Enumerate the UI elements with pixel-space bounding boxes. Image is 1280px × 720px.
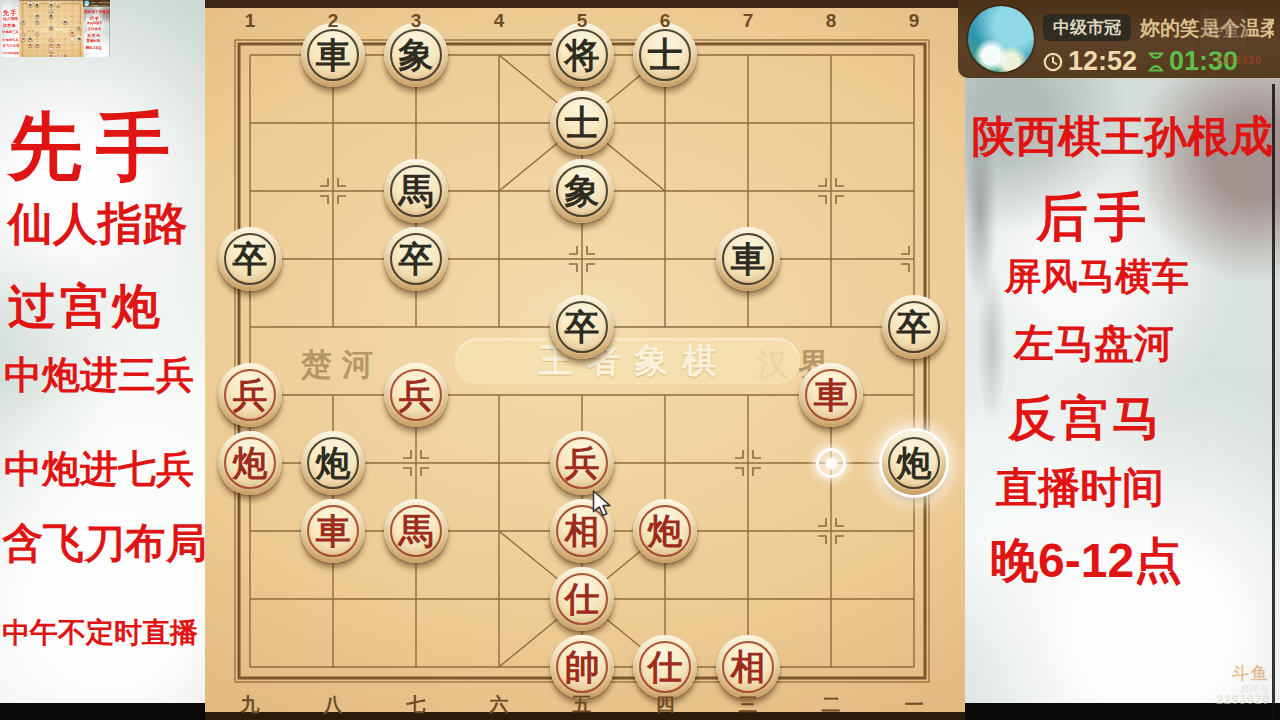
piece-glyph: 車 (722, 233, 774, 285)
opponent-info-bar: 中级市冠 妳的笑是个温柔 12:52 01:30 (958, 0, 1280, 78)
total-time: 12:52 (1042, 46, 1137, 77)
piece-glyph: 炮 (307, 437, 359, 489)
file-label-top: 4 (494, 10, 505, 32)
file-label-bottom: 三 (739, 692, 758, 718)
river-label-left: 楚河 (301, 344, 383, 386)
piece-glyph: 士 (639, 29, 691, 81)
piece-glyph: 象 (390, 29, 442, 81)
right-panel-line-second-move: 后手 (1036, 190, 1152, 245)
piece-black-馬[interactable]: 馬 (384, 159, 448, 223)
file-label-top: 7 (743, 10, 754, 32)
file-label-bottom: 二 (822, 692, 841, 718)
piece-red-兵[interactable]: 兵 (218, 363, 282, 427)
board-top-strip (205, 0, 965, 8)
piece-red-兵[interactable]: 兵 (384, 363, 448, 427)
piece-glyph: 卒 (556, 301, 608, 353)
piece-glyph: 士 (556, 97, 608, 149)
file-label-bottom: 八 (324, 692, 343, 718)
piece-black-象[interactable]: 象 (384, 23, 448, 87)
piece-glyph: 兵 (390, 369, 442, 421)
piece-black-将[interactable]: 将 (550, 23, 614, 87)
left-panel-line-opening-4: 中炮进七兵 (4, 450, 194, 490)
piece-glyph: 車 (805, 369, 857, 421)
piece-glyph: 車 (307, 29, 359, 81)
piece-black-士[interactable]: 士 (633, 23, 697, 87)
right-panel-line-opening-3: 反宫马 (1008, 394, 1164, 444)
douyu-logo-text: 斗鱼 (1232, 664, 1270, 684)
piece-glyph: 相 (722, 641, 774, 693)
piece-glyph: 馬 (390, 165, 442, 217)
left-panel-line-opening-1: 仙人指路 (8, 200, 188, 247)
piece-glyph: 兵 (224, 369, 276, 421)
piece-glyph: 象 (556, 165, 608, 217)
piece-glyph: 仕 (639, 641, 691, 693)
xiangqi-board[interactable]: 楚河 汉界 王者象棋 車象将士士馬象卒卒車卒卒炮炮兵兵車炮兵車馬相炮仕帥仕相 1… (205, 8, 965, 712)
piece-red-相[interactable]: 相 (716, 635, 780, 699)
file-label-bottom: 六 (490, 692, 509, 718)
left-panel-line-schedule: 中午不定时直播 (2, 618, 198, 647)
move-time: 01:30 (1146, 46, 1238, 77)
file-label-top: 3 (411, 10, 422, 32)
piece-red-相[interactable]: 相 (550, 499, 614, 563)
clock-icon (1042, 51, 1064, 73)
app-name-pill: 王者象棋 (455, 338, 800, 384)
piece-glyph: 炮 (639, 505, 691, 557)
piece-red-車[interactable]: 車 (799, 363, 863, 427)
piece-black-象[interactable]: 象 (550, 159, 614, 223)
piece-glyph: 卒 (224, 233, 276, 285)
piece-black-炮[interactable]: 炮 (882, 431, 946, 495)
piece-black-卒[interactable]: 卒 (218, 227, 282, 291)
pip-thumbnail: 先手 仙人指路 过宫炮 中炮进三兵 中炮进七兵 含飞刀布局 中午不定时直播 陕西… (2, 0, 110, 57)
file-label-top: 5 (577, 10, 588, 32)
file-label-top: 6 (660, 10, 671, 32)
piece-glyph: 卒 (888, 301, 940, 353)
site-watermark-bottom: 斗鱼 房间号 2293920 (1216, 664, 1270, 708)
piece-glyph: 車 (307, 505, 359, 557)
piece-red-炮[interactable]: 炮 (218, 431, 282, 495)
file-label-top: 9 (909, 10, 920, 32)
piece-glyph: 兵 (556, 437, 608, 489)
piece-glyph: 炮 (224, 437, 276, 489)
piece-red-仕[interactable]: 仕 (633, 635, 697, 699)
right-panel-line-opening-1: 屏风马横车 (1004, 258, 1189, 297)
file-label-bottom: 五 (573, 692, 592, 718)
left-panel-line-opening-5: 含飞刀布局 (2, 522, 207, 565)
piece-black-卒[interactable]: 卒 (882, 295, 946, 359)
piece-glyph: 帥 (556, 641, 608, 693)
scene: 先手 仙人指路 过宫炮 中炮进三兵 中炮进七兵 含飞刀布局 中午不定时直播 陕西… (0, 0, 1280, 720)
piece-red-車[interactable]: 車 (301, 499, 365, 563)
piece-red-仕[interactable]: 仕 (550, 567, 614, 631)
piece-black-車[interactable]: 車 (716, 227, 780, 291)
right-panel-line-opponent: 陕西棋王孙根成 (972, 114, 1273, 159)
piece-glyph: 卒 (390, 233, 442, 285)
piece-red-兵[interactable]: 兵 (550, 431, 614, 495)
piece-red-炮[interactable]: 炮 (633, 499, 697, 563)
file-label-bottom: 四 (656, 692, 675, 718)
file-label-bottom: 九 (241, 692, 260, 718)
right-edge-line (1272, 84, 1275, 720)
piece-glyph: 仕 (556, 573, 608, 625)
piece-glyph: 相 (556, 505, 608, 557)
file-label-top: 1 (245, 10, 256, 32)
piece-glyph: 馬 (390, 505, 442, 557)
room-number-label: 房间号 (1240, 684, 1270, 694)
file-label-top: 2 (328, 10, 339, 32)
file-label-top: 8 (826, 10, 837, 32)
left-panel-line-opening-3: 中炮进三兵 (4, 356, 194, 396)
piece-red-帥[interactable]: 帥 (550, 635, 614, 699)
piece-black-士[interactable]: 士 (550, 91, 614, 155)
piece-black-炮[interactable]: 炮 (301, 431, 365, 495)
piece-glyph: 炮 (888, 437, 940, 489)
hourglass-icon (1146, 51, 1166, 73)
right-panel-line-live-time-label: 直播时间 (996, 466, 1164, 510)
piece-black-車[interactable]: 車 (301, 23, 365, 87)
stream-frame: 先手 仙人指路 过宫炮 中炮进三兵 中炮进七兵 含飞刀布局 中午不定时直播 陕西… (0, 0, 1280, 720)
piece-red-馬[interactable]: 馬 (384, 499, 448, 563)
left-panel-line-opening-2: 过宫炮 (8, 282, 164, 332)
rank-badge: 中级市冠 (1043, 14, 1131, 41)
right-panel-line-live-time-value: 晚6-12点 (990, 536, 1182, 586)
opponent-avatar[interactable] (968, 6, 1034, 72)
file-label-bottom: 七 (407, 692, 426, 718)
file-label-bottom: 一 (905, 692, 924, 718)
left-panel-line-first-move: 先手 (8, 108, 184, 186)
right-panel-line-opening-2: 左马盘河 (1014, 322, 1174, 364)
move-origin-marker (816, 448, 846, 478)
piece-black-卒[interactable]: 卒 (384, 227, 448, 291)
piece-black-卒[interactable]: 卒 (550, 295, 614, 359)
piece-glyph: 将 (556, 29, 608, 81)
opponent-nickname: 妳的笑是个温柔 (1140, 15, 1274, 42)
